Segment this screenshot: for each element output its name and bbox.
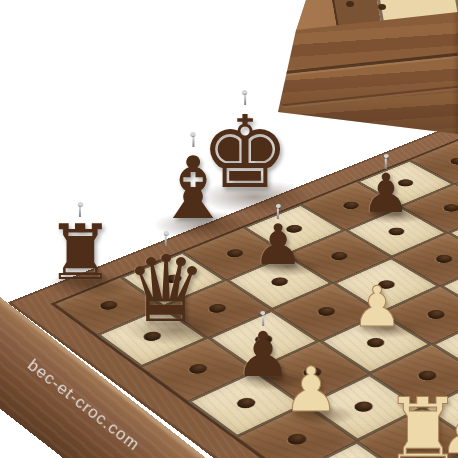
piece-glyph: ♜ — [46, 215, 114, 291]
photo-canvas: bec-et-croc.com ♚♟♝♟♜♟♛♟♟♟♜ — [0, 0, 458, 458]
piece-pin — [277, 207, 279, 219]
piece-pin — [262, 314, 264, 326]
piece-pin — [165, 234, 167, 246]
piece-glyph: ♟ — [283, 359, 339, 421]
piece-glyph: ♛ — [125, 244, 207, 336]
piece-pin — [79, 205, 81, 217]
pieces-layer: ♚♟♝♟♜♟♛♟♟♟♜ — [0, 0, 458, 458]
piece-pin — [192, 135, 194, 147]
piece-pin — [385, 157, 387, 169]
piece-glyph: ♜ — [384, 387, 458, 458]
piece-glyph: ♟ — [362, 167, 410, 221]
piece-glyph: ♟ — [253, 217, 303, 273]
piece-glyph: ♝ — [154, 145, 231, 231]
piece-glyph: ♟ — [352, 279, 402, 335]
piece-pin — [244, 93, 246, 105]
